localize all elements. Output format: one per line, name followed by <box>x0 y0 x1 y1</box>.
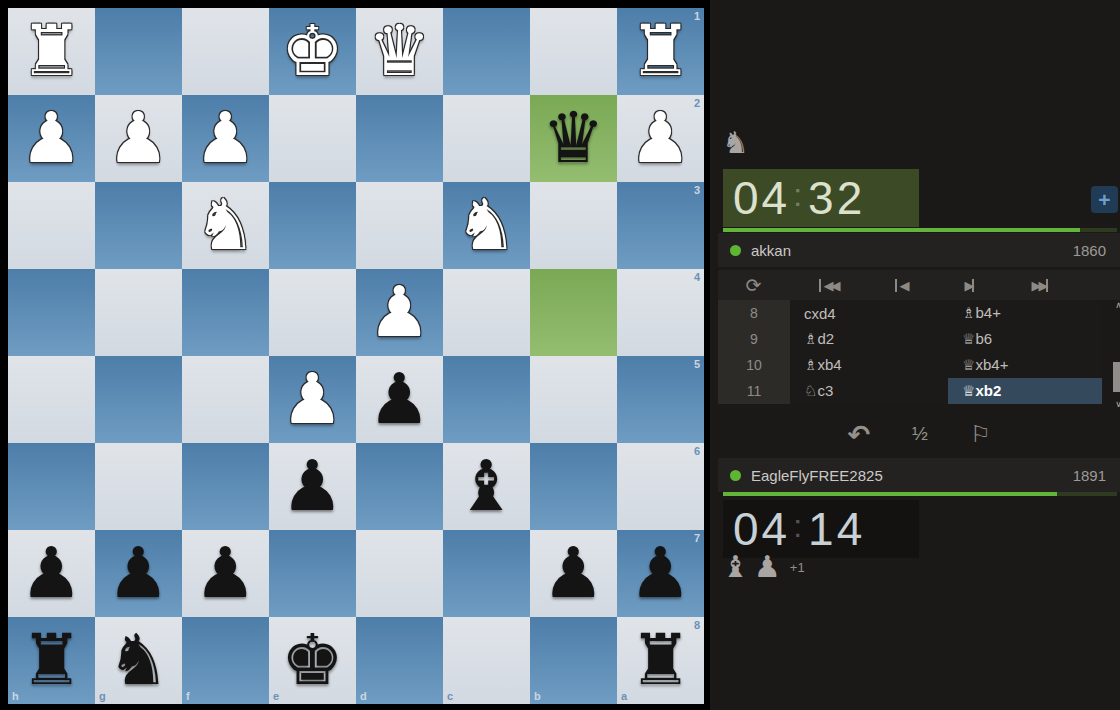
last-move-icon[interactable]: ▶▶ <box>1031 279 1048 292</box>
square-b4[interactable] <box>530 269 617 356</box>
move-number: 8 <box>718 300 790 326</box>
white-pawn[interactable]: ♟ <box>368 269 431 356</box>
square-b6[interactable] <box>530 443 617 530</box>
give-time-button[interactable]: + <box>1091 186 1118 213</box>
square-b3[interactable] <box>530 182 617 269</box>
white-pawn[interactable]: ♟ <box>281 356 344 443</box>
black-pawn[interactable]: ♟ <box>20 530 83 617</box>
chess-board: ♜♚♛1♜♟♟♟♛2♟♞♞3♟4♟♟5♟♝6♟♟♟♟7♟h♜g♞fe♚dcb8a… <box>8 8 704 704</box>
move-row: 11♘c3♕xb2 <box>718 378 1102 404</box>
move-nav-toolbar: ⟳◀◀◀▶▶▶ <box>718 270 1120 300</box>
file-label: a <box>621 691 627 702</box>
square-f1[interactable] <box>182 8 269 95</box>
black-queen[interactable]: ♛ <box>542 95 605 182</box>
square-e2[interactable] <box>269 95 356 182</box>
square-a4[interactable]: 4 <box>617 269 704 356</box>
square-g7[interactable]: ♟ <box>95 530 182 617</box>
next-move-icon[interactable]: ▶ <box>964 279 974 292</box>
flip-icon[interactable]: ⟳ <box>746 276 765 295</box>
rank-label: 1 <box>694 11 700 22</box>
square-h1[interactable]: ♜ <box>8 8 95 95</box>
square-h6[interactable] <box>8 443 95 530</box>
square-f8[interactable]: f <box>182 617 269 704</box>
move-list-scrollbar[interactable]: ∧ ∨ <box>1110 299 1120 409</box>
rank-label: 7 <box>694 533 700 544</box>
square-h7[interactable]: ♟ <box>8 530 95 617</box>
resign-button[interactable]: ⚐ <box>970 421 991 447</box>
move-number: 9 <box>718 326 790 352</box>
square-e6[interactable]: ♟ <box>269 443 356 530</box>
square-e4[interactable] <box>269 269 356 356</box>
square-g8[interactable]: g♞ <box>95 617 182 704</box>
move-black[interactable]: ♕xb2 <box>948 378 1102 404</box>
square-d7[interactable] <box>356 530 443 617</box>
move-number: 10 <box>718 352 790 378</box>
square-b5[interactable] <box>530 356 617 443</box>
square-b1[interactable] <box>530 8 617 95</box>
square-f7[interactable]: ♟ <box>182 530 269 617</box>
square-f6[interactable] <box>182 443 269 530</box>
clock-colon: : <box>793 508 805 545</box>
move-white[interactable]: ♗xb4 <box>790 352 948 378</box>
move-black[interactable]: ♕b6 <box>948 326 1102 352</box>
file-label: f <box>186 691 190 702</box>
player-name-bottom[interactable]: EagleFlyFREE2825 <box>751 467 883 484</box>
square-h8[interactable]: h♜ <box>8 617 95 704</box>
square-e1[interactable]: ♚ <box>269 8 356 95</box>
material-advantage: +1 <box>790 561 805 574</box>
square-a6[interactable]: 6 <box>617 443 704 530</box>
white-knight[interactable]: ♞ <box>455 182 518 269</box>
square-d2[interactable] <box>356 95 443 182</box>
clock-bottom-minutes: 04 <box>733 502 790 556</box>
clock-bottom-seconds: 14 <box>808 502 865 556</box>
black-pawn[interactable]: ♟ <box>629 530 692 617</box>
move-white[interactable]: ♘c3 <box>790 378 948 404</box>
prev-move-icon[interactable]: ◀ <box>895 279 909 292</box>
file-label: b <box>534 691 541 702</box>
square-g2[interactable]: ♟ <box>95 95 182 182</box>
square-c7[interactable] <box>443 530 530 617</box>
black-knight[interactable]: ♞ <box>107 617 170 704</box>
square-d8[interactable]: d <box>356 617 443 704</box>
square-h4[interactable] <box>8 269 95 356</box>
square-c1[interactable] <box>443 8 530 95</box>
square-b8[interactable]: b <box>530 617 617 704</box>
white-pawn[interactable]: ♟ <box>194 95 257 182</box>
chess-board-area: ♜♚♛1♜♟♟♟♛2♟♞♞3♟4♟♟5♟♝6♟♟♟♟7♟h♜g♞fe♚dcb8a… <box>8 8 704 704</box>
white-king[interactable]: ♚ <box>281 8 344 95</box>
player-row-top[interactable]: akkan 1860 <box>718 233 1120 267</box>
square-a1[interactable]: 1♜ <box>617 8 704 95</box>
white-pawn[interactable]: ♟ <box>629 95 692 182</box>
file-label: d <box>360 691 367 702</box>
square-f2[interactable]: ♟ <box>182 95 269 182</box>
square-a3[interactable]: 3 <box>617 182 704 269</box>
captured-pawn-icon: ♟ <box>754 552 781 582</box>
rank-label: 2 <box>694 98 700 109</box>
player-rating-top: 1860 <box>1073 242 1106 259</box>
online-dot <box>730 245 741 256</box>
captured-pieces-top: ♞ <box>722 128 749 158</box>
clock-bottom: 04:14 <box>723 500 919 558</box>
square-c3[interactable]: ♞ <box>443 182 530 269</box>
clock-bar-bottom <box>723 492 1117 496</box>
square-g4[interactable] <box>95 269 182 356</box>
square-c8[interactable]: c <box>443 617 530 704</box>
file-label: h <box>12 691 19 702</box>
move-list: 8cxd4♗b4+9♗d2♕b610♗xb4♕xb4+11♘c3♕xb2 <box>718 300 1102 404</box>
black-rook[interactable]: ♜ <box>20 617 83 704</box>
square-c4[interactable] <box>443 269 530 356</box>
move-row: 10♗xb4♕xb4+ <box>718 352 1102 378</box>
rank-label: 3 <box>694 185 700 196</box>
move-white[interactable]: ♗d2 <box>790 326 948 352</box>
scroll-up-icon[interactable]: ∧ <box>1110 301 1120 310</box>
square-a7[interactable]: 7♟ <box>617 530 704 617</box>
square-d5[interactable]: ♟ <box>356 356 443 443</box>
player-name-top[interactable]: akkan <box>751 242 791 259</box>
black-king[interactable]: ♚ <box>281 617 344 704</box>
file-label: g <box>99 691 106 702</box>
clock-top: 04:32 <box>723 169 919 227</box>
square-e8[interactable]: e♚ <box>269 617 356 704</box>
square-a2[interactable]: 2♟ <box>617 95 704 182</box>
square-h3[interactable] <box>8 182 95 269</box>
online-dot <box>730 470 741 481</box>
square-e5[interactable]: ♟ <box>269 356 356 443</box>
square-c5[interactable] <box>443 356 530 443</box>
white-knight[interactable]: ♞ <box>194 182 257 269</box>
square-g3[interactable] <box>95 182 182 269</box>
player-rating-bottom: 1891 <box>1073 467 1106 484</box>
move-row: 9♗d2♕b6 <box>718 326 1102 352</box>
white-queen[interactable]: ♛ <box>368 8 431 95</box>
square-h5[interactable] <box>8 356 95 443</box>
clock-top-seconds: 32 <box>808 171 865 225</box>
square-h2[interactable]: ♟ <box>8 95 95 182</box>
move-black[interactable]: ♕xb4+ <box>948 352 1102 378</box>
square-f5[interactable] <box>182 356 269 443</box>
rank-label: 8 <box>694 620 700 631</box>
captured-knight-icon: ♞ <box>722 128 749 158</box>
move-number: 11 <box>718 378 790 404</box>
white-pawn[interactable]: ♟ <box>107 95 170 182</box>
captured-bishop-icon: ♝ <box>722 552 749 582</box>
move-row: 8cxd4♗b4+ <box>718 300 1102 326</box>
square-g6[interactable] <box>95 443 182 530</box>
move-black[interactable]: ♗b4+ <box>948 300 1102 326</box>
square-d3[interactable] <box>356 182 443 269</box>
scrollbar-thumb[interactable] <box>1113 362 1120 392</box>
square-c2[interactable] <box>443 95 530 182</box>
rank-label: 5 <box>694 359 700 370</box>
move-white[interactable]: cxd4 <box>790 300 948 326</box>
black-pawn[interactable]: ♟ <box>281 443 344 530</box>
square-f4[interactable] <box>182 269 269 356</box>
rank-label: 4 <box>694 272 700 283</box>
white-rook[interactable]: ♜ <box>629 8 692 95</box>
square-b2[interactable]: ♛ <box>530 95 617 182</box>
black-pawn[interactable]: ♟ <box>194 530 257 617</box>
square-g5[interactable] <box>95 356 182 443</box>
square-d4[interactable]: ♟ <box>356 269 443 356</box>
game-action-buttons: ↶½⚐ <box>718 416 1120 452</box>
black-bishop[interactable]: ♝ <box>455 443 518 530</box>
first-move-icon[interactable]: ◀◀ <box>819 279 840 292</box>
black-pawn[interactable]: ♟ <box>368 356 431 443</box>
square-e3[interactable] <box>269 182 356 269</box>
captured-pieces-bottom: ♝♟+1 <box>722 552 805 582</box>
draw-offer-button[interactable]: ½ <box>912 423 928 445</box>
scroll-down-icon[interactable]: ∨ <box>1110 400 1120 409</box>
black-rook[interactable]: ♜ <box>629 617 692 704</box>
clock-top-minutes: 04 <box>733 171 790 225</box>
rank-label: 6 <box>694 446 700 457</box>
square-b7[interactable]: ♟ <box>530 530 617 617</box>
black-pawn[interactable]: ♟ <box>542 530 605 617</box>
square-d6[interactable] <box>356 443 443 530</box>
white-pawn[interactable]: ♟ <box>20 95 83 182</box>
square-d1[interactable]: ♛ <box>356 8 443 95</box>
clock-bar-top <box>723 228 1117 232</box>
square-f3[interactable]: ♞ <box>182 182 269 269</box>
square-e7[interactable] <box>269 530 356 617</box>
square-c6[interactable]: ♝ <box>443 443 530 530</box>
white-rook[interactable]: ♜ <box>20 8 83 95</box>
clock-colon: : <box>793 177 805 214</box>
file-label: c <box>447 691 453 702</box>
square-a8[interactable]: 8a♜ <box>617 617 704 704</box>
takeback-button[interactable]: ↶ <box>847 419 870 450</box>
square-a5[interactable]: 5 <box>617 356 704 443</box>
black-pawn[interactable]: ♟ <box>107 530 170 617</box>
move-nav-buttons: ⟳◀◀◀▶▶▶ <box>718 276 1078 295</box>
square-g1[interactable] <box>95 8 182 95</box>
player-row-bottom[interactable]: EagleFlyFREE2825 1891 <box>718 458 1120 492</box>
game-side-panel: ♞ 04:32 + akkan 1860 ⟳◀◀◀▶▶▶ 8cxd4♗b4+9♗… <box>710 0 1120 710</box>
file-label: e <box>273 691 279 702</box>
